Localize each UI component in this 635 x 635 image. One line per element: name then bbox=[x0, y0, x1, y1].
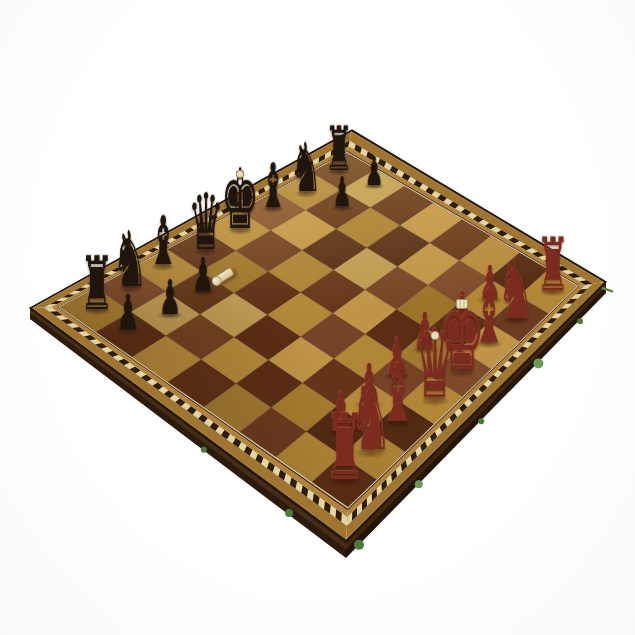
ivory-finial-crown bbox=[456, 299, 468, 309]
felt-speck bbox=[415, 480, 423, 488]
rook-glyph: ♜ bbox=[80, 246, 114, 320]
rook-glyph: ♜ bbox=[323, 402, 365, 493]
bishop-glyph: ♝ bbox=[148, 208, 179, 275]
felt-speck bbox=[201, 447, 207, 453]
pawn-glyph: ♟ bbox=[332, 172, 351, 213]
ivory-finial-ball bbox=[236, 170, 244, 178]
chessboard-photo: ♜♞♝♛♚♝♞♜♟♟♟♟♟♟♟♟♟♟♟♜♞♝♛♚♝♞♜ bbox=[0, 0, 635, 635]
felt-speck bbox=[478, 418, 484, 424]
pawn-glyph: ♟ bbox=[159, 273, 181, 321]
pawn-glyph: ♟ bbox=[117, 288, 140, 337]
ivory-finial-bud bbox=[431, 331, 440, 340]
pawn-glyph: ♟ bbox=[192, 251, 214, 298]
rook-glyph: ♜ bbox=[535, 228, 569, 301]
pawn-glyph: ♟ bbox=[365, 151, 384, 191]
felt-speck bbox=[354, 540, 364, 550]
bishop-glyph: ♝ bbox=[259, 155, 287, 216]
felt-speck bbox=[577, 318, 583, 324]
felt-speck bbox=[533, 358, 543, 368]
knight-glyph: ♞ bbox=[290, 134, 322, 202]
felt-speck bbox=[285, 509, 293, 517]
